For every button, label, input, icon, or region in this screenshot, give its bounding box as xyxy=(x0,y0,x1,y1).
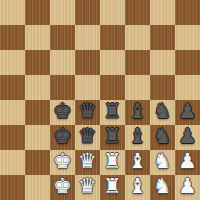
square-d8[interactable] xyxy=(75,0,100,25)
square-h7[interactable] xyxy=(175,25,200,50)
square-c7[interactable] xyxy=(50,25,75,50)
square-c2[interactable]: ♚ xyxy=(50,150,75,175)
square-a5[interactable] xyxy=(0,75,25,100)
square-f7[interactable] xyxy=(125,25,150,50)
square-h6[interactable] xyxy=(175,50,200,75)
square-f1[interactable]: ♝ xyxy=(125,175,150,200)
piece-black-knight[interactable]: ♞ xyxy=(153,99,172,124)
square-d7[interactable] xyxy=(75,25,100,50)
square-c3[interactable]: ♚ xyxy=(50,125,75,150)
square-c6[interactable] xyxy=(50,50,75,75)
square-d6[interactable] xyxy=(75,50,100,75)
square-g2[interactable]: ♞ xyxy=(150,150,175,175)
square-c4[interactable]: ♚ xyxy=(50,100,75,125)
square-a2[interactable] xyxy=(0,150,25,175)
square-g5[interactable] xyxy=(150,75,175,100)
chess-board: ♚♛♜♝♞♟♚♛♜♝♞♟♚♛♜♝♞♟♚♛♜♝♞♟ xyxy=(0,0,200,200)
square-f5[interactable] xyxy=(125,75,150,100)
square-g7[interactable] xyxy=(150,25,175,50)
square-e2[interactable]: ♜ xyxy=(100,150,125,175)
square-b8[interactable] xyxy=(25,0,50,25)
square-e1[interactable]: ♜ xyxy=(100,175,125,200)
piece-white-pawn[interactable]: ♟ xyxy=(178,174,197,199)
square-g8[interactable] xyxy=(150,0,175,25)
piece-white-knight[interactable]: ♞ xyxy=(153,174,172,199)
square-e7[interactable] xyxy=(100,25,125,50)
piece-black-pawn[interactable]: ♟ xyxy=(178,99,197,124)
square-e6[interactable] xyxy=(100,50,125,75)
square-g6[interactable] xyxy=(150,50,175,75)
square-e5[interactable] xyxy=(100,75,125,100)
square-f2[interactable]: ♝ xyxy=(125,150,150,175)
square-f8[interactable] xyxy=(125,0,150,25)
piece-white-king[interactable]: ♚ xyxy=(53,149,72,174)
square-b2[interactable] xyxy=(25,150,50,175)
piece-black-bishop[interactable]: ♝ xyxy=(128,124,147,149)
piece-white-king[interactable]: ♚ xyxy=(53,174,72,199)
piece-white-queen[interactable]: ♛ xyxy=(78,149,97,174)
piece-white-bishop[interactable]: ♝ xyxy=(128,149,147,174)
square-f3[interactable]: ♝ xyxy=(125,125,150,150)
piece-black-pawn[interactable]: ♟ xyxy=(178,124,197,149)
piece-black-queen[interactable]: ♛ xyxy=(78,99,97,124)
square-f6[interactable] xyxy=(125,50,150,75)
square-b1[interactable] xyxy=(25,175,50,200)
piece-black-rook[interactable]: ♜ xyxy=(103,99,122,124)
piece-white-queen[interactable]: ♛ xyxy=(78,174,97,199)
square-h3[interactable]: ♟ xyxy=(175,125,200,150)
square-a6[interactable] xyxy=(0,50,25,75)
piece-black-king[interactable]: ♚ xyxy=(53,124,72,149)
piece-white-rook[interactable]: ♜ xyxy=(103,174,122,199)
square-d5[interactable] xyxy=(75,75,100,100)
square-d4[interactable]: ♛ xyxy=(75,100,100,125)
square-b4[interactable] xyxy=(25,100,50,125)
square-e8[interactable] xyxy=(100,0,125,25)
square-e3[interactable]: ♜ xyxy=(100,125,125,150)
square-h5[interactable] xyxy=(175,75,200,100)
square-g1[interactable]: ♞ xyxy=(150,175,175,200)
square-a3[interactable] xyxy=(0,125,25,150)
square-b6[interactable] xyxy=(25,50,50,75)
square-h2[interactable]: ♟ xyxy=(175,150,200,175)
square-h1[interactable]: ♟ xyxy=(175,175,200,200)
square-f4[interactable]: ♝ xyxy=(125,100,150,125)
square-d3[interactable]: ♛ xyxy=(75,125,100,150)
square-g4[interactable]: ♞ xyxy=(150,100,175,125)
piece-white-bishop[interactable]: ♝ xyxy=(128,174,147,199)
square-h8[interactable] xyxy=(175,0,200,25)
square-a8[interactable] xyxy=(0,0,25,25)
square-b3[interactable] xyxy=(25,125,50,150)
square-d1[interactable]: ♛ xyxy=(75,175,100,200)
piece-white-knight[interactable]: ♞ xyxy=(153,149,172,174)
piece-black-king[interactable]: ♚ xyxy=(53,99,72,124)
square-a4[interactable] xyxy=(0,100,25,125)
square-c1[interactable]: ♚ xyxy=(50,175,75,200)
piece-black-bishop[interactable]: ♝ xyxy=(128,99,147,124)
square-a1[interactable] xyxy=(0,175,25,200)
square-b7[interactable] xyxy=(25,25,50,50)
square-d2[interactable]: ♛ xyxy=(75,150,100,175)
square-e4[interactable]: ♜ xyxy=(100,100,125,125)
piece-black-knight[interactable]: ♞ xyxy=(153,124,172,149)
square-h4[interactable]: ♟ xyxy=(175,100,200,125)
piece-black-rook[interactable]: ♜ xyxy=(103,124,122,149)
piece-white-rook[interactable]: ♜ xyxy=(103,149,122,174)
square-g3[interactable]: ♞ xyxy=(150,125,175,150)
piece-white-pawn[interactable]: ♟ xyxy=(178,149,197,174)
piece-black-queen[interactable]: ♛ xyxy=(78,124,97,149)
square-b5[interactable] xyxy=(25,75,50,100)
square-c8[interactable] xyxy=(50,0,75,25)
square-c5[interactable] xyxy=(50,75,75,100)
square-a7[interactable] xyxy=(0,25,25,50)
